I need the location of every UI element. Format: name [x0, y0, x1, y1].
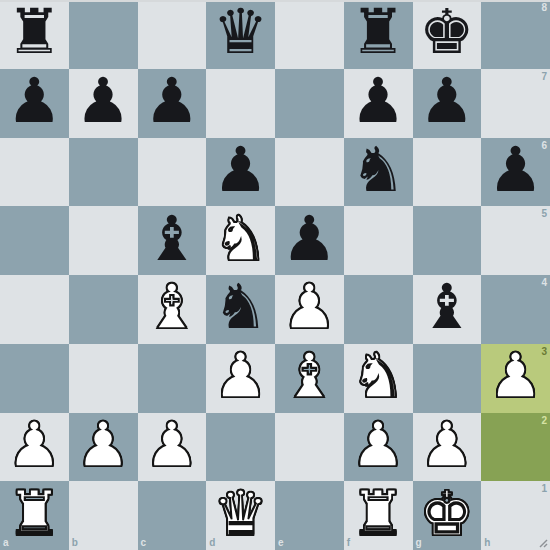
square-g1[interactable]: ♚: [413, 481, 482, 550]
square-c3[interactable]: [138, 344, 207, 413]
piece-white-pawn[interactable]: ♟: [144, 414, 200, 476]
square-f4[interactable]: [344, 275, 413, 344]
square-c8[interactable]: [138, 0, 207, 69]
piece-white-king[interactable]: ♚: [419, 483, 475, 545]
piece-black-pawn[interactable]: ♟: [213, 139, 269, 201]
file-label-d: d: [209, 538, 215, 548]
rank-label-8: 8: [541, 3, 547, 13]
rank-label-5: 5: [541, 209, 547, 219]
square-d1[interactable]: ♛: [206, 481, 275, 550]
piece-black-pawn[interactable]: ♟: [7, 70, 63, 132]
square-a6[interactable]: [0, 138, 69, 207]
square-c7[interactable]: ♟: [138, 69, 207, 138]
piece-white-pawn[interactable]: ♟: [419, 414, 475, 476]
square-b4[interactable]: [69, 275, 138, 344]
square-d4[interactable]: ♞: [206, 275, 275, 344]
piece-white-pawn[interactable]: ♟: [75, 414, 131, 476]
square-a5[interactable]: [0, 206, 69, 275]
square-g3[interactable]: [413, 344, 482, 413]
square-g7[interactable]: ♟: [413, 69, 482, 138]
board-top-edge: [0, 0, 550, 2]
square-h6[interactable]: ♟: [481, 138, 550, 207]
piece-white-rook[interactable]: ♜: [350, 483, 406, 545]
piece-black-king[interactable]: ♚: [419, 1, 475, 63]
piece-black-bishop[interactable]: ♝: [419, 276, 475, 338]
square-b3[interactable]: [69, 344, 138, 413]
square-e8[interactable]: [275, 0, 344, 69]
rank-label-1: 1: [541, 484, 547, 494]
square-b8[interactable]: [69, 0, 138, 69]
square-h4[interactable]: [481, 275, 550, 344]
square-e4[interactable]: ♟: [275, 275, 344, 344]
square-e2[interactable]: [275, 413, 344, 482]
square-g5[interactable]: [413, 206, 482, 275]
square-f2[interactable]: ♟: [344, 413, 413, 482]
square-g6[interactable]: [413, 138, 482, 207]
piece-white-queen[interactable]: ♛: [213, 483, 269, 545]
square-e5[interactable]: ♟: [275, 206, 344, 275]
piece-black-rook[interactable]: ♜: [7, 1, 63, 63]
square-b5[interactable]: [69, 206, 138, 275]
piece-black-knight[interactable]: ♞: [213, 276, 269, 338]
piece-white-pawn[interactable]: ♟: [350, 414, 406, 476]
file-label-b: b: [72, 538, 78, 548]
rank-label-4: 4: [541, 278, 547, 288]
piece-black-pawn[interactable]: ♟: [144, 70, 200, 132]
square-g8[interactable]: ♚: [413, 0, 482, 69]
square-b1[interactable]: [69, 481, 138, 550]
square-a8[interactable]: ♜: [0, 0, 69, 69]
chess-board: ♜♛♜♚♟♟♟♟♟♟♞♟♝♞♟♝♞♟♝♟♝♞♟♟♟♟♟♟♜♛♜♚: [0, 0, 550, 550]
square-c2[interactable]: ♟: [138, 413, 207, 482]
file-label-f: f: [347, 538, 350, 548]
rank-label-2: 2: [541, 416, 547, 426]
square-h2[interactable]: [481, 413, 550, 482]
piece-white-rook[interactable]: ♜: [7, 483, 63, 545]
square-d8[interactable]: ♛: [206, 0, 275, 69]
piece-black-knight[interactable]: ♞: [350, 139, 406, 201]
square-f8[interactable]: ♜: [344, 0, 413, 69]
piece-black-queen[interactable]: ♛: [213, 1, 269, 63]
square-c4[interactable]: ♝: [138, 275, 207, 344]
file-label-a: a: [3, 538, 9, 548]
square-a1[interactable]: ♜: [0, 481, 69, 550]
piece-white-knight[interactable]: ♞: [213, 208, 269, 270]
square-d6[interactable]: ♟: [206, 138, 275, 207]
square-h3[interactable]: ♟: [481, 344, 550, 413]
square-a2[interactable]: ♟: [0, 413, 69, 482]
square-g4[interactable]: ♝: [413, 275, 482, 344]
square-f7[interactable]: ♟: [344, 69, 413, 138]
piece-white-bishop[interactable]: ♝: [144, 276, 200, 338]
square-e3[interactable]: ♝: [275, 344, 344, 413]
piece-white-pawn[interactable]: ♟: [7, 414, 63, 476]
rank-label-3: 3: [541, 347, 547, 357]
square-f1[interactable]: ♜: [344, 481, 413, 550]
piece-white-pawn[interactable]: ♟: [488, 345, 544, 407]
square-f3[interactable]: ♞: [344, 344, 413, 413]
piece-black-pawn[interactable]: ♟: [419, 70, 475, 132]
piece-black-pawn[interactable]: ♟: [282, 208, 338, 270]
square-a7[interactable]: ♟: [0, 69, 69, 138]
square-e6[interactable]: [275, 138, 344, 207]
rank-label-6: 6: [541, 141, 547, 151]
piece-white-pawn[interactable]: ♟: [282, 276, 338, 338]
piece-white-pawn[interactable]: ♟: [213, 345, 269, 407]
square-e7[interactable]: [275, 69, 344, 138]
square-d3[interactable]: ♟: [206, 344, 275, 413]
piece-black-rook[interactable]: ♜: [350, 1, 406, 63]
square-c1[interactable]: [138, 481, 207, 550]
square-g2[interactable]: ♟: [413, 413, 482, 482]
square-c6[interactable]: [138, 138, 207, 207]
file-label-g: g: [416, 538, 422, 548]
file-label-h: h: [484, 538, 490, 548]
square-a3[interactable]: [0, 344, 69, 413]
square-e1[interactable]: [275, 481, 344, 550]
rank-label-7: 7: [541, 72, 547, 82]
resize-handle-icon[interactable]: [537, 537, 548, 548]
piece-black-pawn[interactable]: ♟: [350, 70, 406, 132]
piece-black-pawn[interactable]: ♟: [75, 70, 131, 132]
square-b7[interactable]: ♟: [69, 69, 138, 138]
square-f6[interactable]: ♞: [344, 138, 413, 207]
file-label-c: c: [141, 538, 147, 548]
piece-black-bishop[interactable]: ♝: [144, 208, 200, 270]
file-label-e: e: [278, 538, 284, 548]
square-h7[interactable]: [481, 69, 550, 138]
chess-board-widget: ♜♛♜♚♟♟♟♟♟♟♞♟♝♞♟♝♞♟♝♟♝♞♟♟♟♟♟♟♜♛♜♚ 8765432…: [0, 0, 550, 550]
piece-white-knight[interactable]: ♞: [350, 345, 406, 407]
square-b2[interactable]: ♟: [69, 413, 138, 482]
piece-black-pawn[interactable]: ♟: [488, 139, 544, 201]
square-d7[interactable]: [206, 69, 275, 138]
square-d2[interactable]: [206, 413, 275, 482]
square-d5[interactable]: ♞: [206, 206, 275, 275]
square-a4[interactable]: [0, 275, 69, 344]
square-f5[interactable]: [344, 206, 413, 275]
piece-white-bishop[interactable]: ♝: [282, 345, 338, 407]
square-c5[interactable]: ♝: [138, 206, 207, 275]
square-h8[interactable]: [481, 0, 550, 69]
square-b6[interactable]: [69, 138, 138, 207]
square-h5[interactable]: [481, 206, 550, 275]
